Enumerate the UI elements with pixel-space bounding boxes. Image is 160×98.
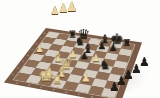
piece-black-rook: ♜ bbox=[121, 39, 132, 48]
rank-label-3: 3 bbox=[21, 61, 24, 63]
square-h6[interactable] bbox=[116, 54, 130, 62]
captured-white-pawn: ♟ bbox=[66, 0, 78, 13]
piece-white-pawn: ♟ bbox=[34, 44, 46, 53]
piece-black-knight: ♞ bbox=[99, 60, 111, 71]
captured-white-pawn: ♟ bbox=[50, 5, 60, 16]
piece-white-king: ♚ bbox=[39, 68, 52, 84]
chess-board: ♜♛♝♚♜♞♟♟♝♟♟♟♟♝♞♛♟♝♟♚♜ abcdefgh87654321 bbox=[4, 28, 142, 98]
square-h5[interactable] bbox=[113, 60, 127, 68]
piece-black-pawn: ♟ bbox=[96, 42, 108, 51]
rank-label-1: 1 bbox=[11, 74, 14, 76]
file-label-g: g bbox=[91, 96, 94, 98]
rank-label-8: 8 bbox=[43, 33, 46, 35]
file-label-c: c bbox=[40, 86, 43, 88]
square-h1[interactable] bbox=[101, 88, 117, 98]
rank-label-7: 7 bbox=[39, 38, 42, 40]
file-label-d: d bbox=[52, 89, 55, 91]
piece-white-pawn: ♟ bbox=[80, 73, 93, 83]
file-label-b: b bbox=[28, 84, 31, 86]
rank-label-2: 2 bbox=[17, 67, 20, 69]
rank-label-4: 4 bbox=[26, 55, 29, 57]
file-label-a: a bbox=[16, 82, 19, 84]
file-label-e: e bbox=[65, 91, 68, 93]
captured-white-pawn: ♟ bbox=[58, 2, 69, 14]
piece-white-rook: ♜ bbox=[51, 75, 64, 86]
photo-scene: ♟♟♟ ♜♛♝♚♜♞♟♟♝♟♟♟♟♝♞♛♟♝♟♚♜ abcdefgh876543… bbox=[0, 0, 160, 98]
square-g4[interactable]: ♞ bbox=[98, 65, 113, 74]
square-h7[interactable] bbox=[118, 49, 132, 57]
piece-black-pawn: ♟ bbox=[79, 52, 91, 61]
file-label-f: f bbox=[78, 93, 80, 95]
piece-black-pawn: ♟ bbox=[107, 43, 119, 52]
